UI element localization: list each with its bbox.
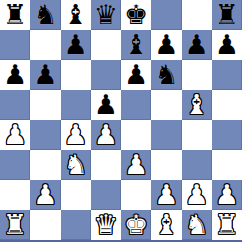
white-knight[interactable]: ♞: [64, 151, 88, 178]
square-c3[interactable]: ♞: [61, 150, 91, 180]
black-king[interactable]: ♚: [124, 1, 148, 28]
square-g1[interactable]: ♞: [182, 210, 212, 240]
black-bishop[interactable]: ♝: [64, 1, 88, 28]
square-f5[interactable]: [151, 90, 181, 120]
square-c2[interactable]: [61, 180, 91, 210]
square-g4[interactable]: [182, 120, 212, 150]
square-f1[interactable]: ♝: [151, 210, 181, 240]
square-d2[interactable]: [91, 180, 121, 210]
black-pawn[interactable]: ♟: [124, 61, 148, 88]
square-d1[interactable]: ♛: [91, 210, 121, 240]
square-e5[interactable]: [121, 90, 151, 120]
square-f4[interactable]: [151, 120, 181, 150]
black-pawn[interactable]: ♟: [154, 31, 178, 58]
square-f7[interactable]: ♟: [151, 30, 181, 60]
square-e2[interactable]: [121, 180, 151, 210]
square-g5[interactable]: ♝: [182, 90, 212, 120]
square-c6[interactable]: [61, 60, 91, 90]
square-c4[interactable]: ♟: [61, 120, 91, 150]
white-pawn[interactable]: ♟: [3, 121, 27, 148]
square-a2[interactable]: [0, 180, 30, 210]
black-bishop[interactable]: ♝: [124, 31, 148, 58]
white-rook[interactable]: ♜: [3, 211, 27, 238]
square-c1[interactable]: [61, 210, 91, 240]
square-f8[interactable]: [151, 0, 181, 30]
square-a1[interactable]: ♜: [0, 210, 30, 240]
square-c8[interactable]: ♝: [61, 0, 91, 30]
square-d6[interactable]: [91, 60, 121, 90]
square-g2[interactable]: ♟: [182, 180, 212, 210]
square-b8[interactable]: ♞: [30, 0, 60, 30]
square-d3[interactable]: [91, 150, 121, 180]
square-c5[interactable]: [61, 90, 91, 120]
square-f3[interactable]: [151, 150, 181, 180]
black-knight[interactable]: ♞: [154, 61, 178, 88]
white-pawn[interactable]: ♟: [185, 181, 209, 208]
square-b7[interactable]: [30, 30, 60, 60]
chess-board: ♜♞♝♛♚♜♟♝♟♟♟♟♟♟♞♟♝♟♟♟♞♟♟♟♟♟♜♛♚♝♞♜: [0, 0, 242, 242]
square-e1[interactable]: ♚: [121, 210, 151, 240]
white-bishop[interactable]: ♝: [185, 91, 209, 118]
square-a3[interactable]: [0, 150, 30, 180]
square-e8[interactable]: ♚: [121, 0, 151, 30]
square-h8[interactable]: ♜: [212, 0, 242, 30]
white-queen[interactable]: ♛: [94, 211, 118, 238]
square-h6[interactable]: [212, 60, 242, 90]
black-pawn[interactable]: ♟: [64, 31, 88, 58]
square-h5[interactable]: [212, 90, 242, 120]
white-pawn[interactable]: ♟: [124, 151, 148, 178]
square-h4[interactable]: [212, 120, 242, 150]
square-e3[interactable]: ♟: [121, 150, 151, 180]
square-d5[interactable]: ♟: [91, 90, 121, 120]
square-b3[interactable]: [30, 150, 60, 180]
square-g3[interactable]: [182, 150, 212, 180]
white-pawn[interactable]: ♟: [64, 121, 88, 148]
square-d4[interactable]: ♟: [91, 120, 121, 150]
black-pawn[interactable]: ♟: [215, 31, 239, 58]
square-g8[interactable]: [182, 0, 212, 30]
square-b6[interactable]: ♟: [30, 60, 60, 90]
square-a5[interactable]: [0, 90, 30, 120]
square-h7[interactable]: ♟: [212, 30, 242, 60]
square-g6[interactable]: [182, 60, 212, 90]
black-rook[interactable]: ♜: [3, 1, 27, 28]
square-b1[interactable]: [30, 210, 60, 240]
square-f6[interactable]: ♞: [151, 60, 181, 90]
black-pawn[interactable]: ♟: [3, 61, 27, 88]
square-a7[interactable]: [0, 30, 30, 60]
white-bishop[interactable]: ♝: [154, 211, 178, 238]
square-b4[interactable]: [30, 120, 60, 150]
square-f2[interactable]: ♟: [151, 180, 181, 210]
square-g7[interactable]: ♟: [182, 30, 212, 60]
square-e6[interactable]: ♟: [121, 60, 151, 90]
square-h2[interactable]: ♟: [212, 180, 242, 210]
white-pawn[interactable]: ♟: [94, 121, 118, 148]
white-pawn[interactable]: ♟: [33, 181, 57, 208]
white-king[interactable]: ♚: [124, 211, 148, 238]
black-knight[interactable]: ♞: [33, 1, 57, 28]
square-a4[interactable]: ♟: [0, 120, 30, 150]
square-d8[interactable]: ♛: [91, 0, 121, 30]
white-rook[interactable]: ♜: [215, 211, 239, 238]
square-d7[interactable]: [91, 30, 121, 60]
square-b2[interactable]: ♟: [30, 180, 60, 210]
white-pawn[interactable]: ♟: [215, 181, 239, 208]
black-pawn[interactable]: ♟: [33, 61, 57, 88]
black-pawn[interactable]: ♟: [94, 91, 118, 118]
square-c7[interactable]: ♟: [61, 30, 91, 60]
square-h3[interactable]: [212, 150, 242, 180]
square-h1[interactable]: ♜: [212, 210, 242, 240]
white-knight[interactable]: ♞: [185, 211, 209, 238]
square-e4[interactable]: [121, 120, 151, 150]
square-b5[interactable]: [30, 90, 60, 120]
white-pawn[interactable]: ♟: [154, 181, 178, 208]
square-a8[interactable]: ♜: [0, 0, 30, 30]
black-pawn[interactable]: ♟: [185, 31, 209, 58]
black-rook[interactable]: ♜: [215, 1, 239, 28]
black-queen[interactable]: ♛: [94, 1, 118, 28]
square-a6[interactable]: ♟: [0, 60, 30, 90]
square-e7[interactable]: ♝: [121, 30, 151, 60]
